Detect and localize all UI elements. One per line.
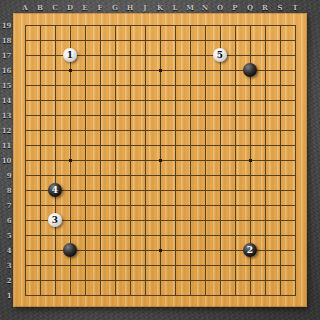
intersection-C18[interactable]: [48, 33, 63, 48]
intersection-J2[interactable]: [138, 273, 153, 288]
intersection-R12[interactable]: [258, 123, 273, 138]
intersection-N5[interactable]: [198, 228, 213, 243]
intersection-R16[interactable]: [258, 63, 273, 78]
intersection-A2[interactable]: [18, 273, 33, 288]
intersection-R14[interactable]: [258, 93, 273, 108]
intersection-D16[interactable]: [63, 63, 78, 78]
intersection-C4[interactable]: [48, 243, 63, 258]
intersection-T9[interactable]: [288, 168, 303, 183]
intersection-O1[interactable]: [213, 288, 228, 303]
intersection-B6[interactable]: [33, 213, 48, 228]
intersection-P16[interactable]: [228, 63, 243, 78]
intersection-T1[interactable]: [288, 288, 303, 303]
intersection-H9[interactable]: [123, 168, 138, 183]
intersection-C7[interactable]: [48, 198, 63, 213]
intersection-G15[interactable]: [108, 78, 123, 93]
intersection-T12[interactable]: [288, 123, 303, 138]
intersection-P3[interactable]: [228, 258, 243, 273]
intersection-A12[interactable]: [18, 123, 33, 138]
intersection-E2[interactable]: [78, 273, 93, 288]
intersection-O3[interactable]: [213, 258, 228, 273]
intersection-H14[interactable]: [123, 93, 138, 108]
intersection-J7[interactable]: [138, 198, 153, 213]
intersection-F13[interactable]: [93, 108, 108, 123]
intersection-K7[interactable]: [153, 198, 168, 213]
intersection-H13[interactable]: [123, 108, 138, 123]
intersection-G7[interactable]: [108, 198, 123, 213]
intersection-G9[interactable]: [108, 168, 123, 183]
intersection-A9[interactable]: [18, 168, 33, 183]
intersection-K4[interactable]: [153, 243, 168, 258]
intersection-O14[interactable]: [213, 93, 228, 108]
intersection-A17[interactable]: [18, 48, 33, 63]
intersection-N9[interactable]: [198, 168, 213, 183]
intersection-R13[interactable]: [258, 108, 273, 123]
intersection-E4[interactable]: [78, 243, 93, 258]
intersection-H1[interactable]: [123, 288, 138, 303]
intersection-T4[interactable]: [288, 243, 303, 258]
intersection-P5[interactable]: [228, 228, 243, 243]
intersection-E16[interactable]: [78, 63, 93, 78]
intersection-F1[interactable]: [93, 288, 108, 303]
intersection-B4[interactable]: [33, 243, 48, 258]
intersection-F17[interactable]: [93, 48, 108, 63]
intersection-M14[interactable]: [183, 93, 198, 108]
intersection-E14[interactable]: [78, 93, 93, 108]
intersection-K5[interactable]: [153, 228, 168, 243]
intersection-N3[interactable]: [198, 258, 213, 273]
intersection-N7[interactable]: [198, 198, 213, 213]
intersection-G1[interactable]: [108, 288, 123, 303]
intersection-G14[interactable]: [108, 93, 123, 108]
intersection-Q1[interactable]: [243, 288, 258, 303]
intersection-S8[interactable]: [273, 183, 288, 198]
intersection-D10[interactable]: [63, 153, 78, 168]
intersection-L16[interactable]: [168, 63, 183, 78]
intersection-G17[interactable]: [108, 48, 123, 63]
intersection-A1[interactable]: [18, 288, 33, 303]
intersection-J4[interactable]: [138, 243, 153, 258]
intersection-B13[interactable]: [33, 108, 48, 123]
intersection-K13[interactable]: [153, 108, 168, 123]
intersection-O6[interactable]: [213, 213, 228, 228]
intersection-E6[interactable]: [78, 213, 93, 228]
intersection-O12[interactable]: [213, 123, 228, 138]
intersection-H3[interactable]: [123, 258, 138, 273]
intersection-D15[interactable]: [63, 78, 78, 93]
intersection-R19[interactable]: [258, 18, 273, 33]
intersection-K15[interactable]: [153, 78, 168, 93]
intersection-S1[interactable]: [273, 288, 288, 303]
intersection-S18[interactable]: [273, 33, 288, 48]
intersection-F6[interactable]: [93, 213, 108, 228]
intersection-E3[interactable]: [78, 258, 93, 273]
intersection-O17[interactable]: 5: [213, 48, 228, 63]
intersection-D18[interactable]: [63, 33, 78, 48]
intersection-O15[interactable]: [213, 78, 228, 93]
intersection-H2[interactable]: [123, 273, 138, 288]
intersection-L8[interactable]: [168, 183, 183, 198]
intersection-B16[interactable]: [33, 63, 48, 78]
intersection-J5[interactable]: [138, 228, 153, 243]
intersection-R9[interactable]: [258, 168, 273, 183]
intersection-J16[interactable]: [138, 63, 153, 78]
intersection-G18[interactable]: [108, 33, 123, 48]
intersection-M1[interactable]: [183, 288, 198, 303]
intersection-D8[interactable]: [63, 183, 78, 198]
intersection-L10[interactable]: [168, 153, 183, 168]
intersection-O18[interactable]: [213, 33, 228, 48]
intersection-M16[interactable]: [183, 63, 198, 78]
intersection-S16[interactable]: [273, 63, 288, 78]
intersection-K3[interactable]: [153, 258, 168, 273]
intersection-T10[interactable]: [288, 153, 303, 168]
intersection-M8[interactable]: [183, 183, 198, 198]
intersection-M3[interactable]: [183, 258, 198, 273]
intersection-H18[interactable]: [123, 33, 138, 48]
intersection-L14[interactable]: [168, 93, 183, 108]
intersection-P9[interactable]: [228, 168, 243, 183]
intersection-C9[interactable]: [48, 168, 63, 183]
intersection-C14[interactable]: [48, 93, 63, 108]
intersection-E18[interactable]: [78, 33, 93, 48]
intersection-C12[interactable]: [48, 123, 63, 138]
intersection-R10[interactable]: [258, 153, 273, 168]
intersection-K18[interactable]: [153, 33, 168, 48]
intersection-S11[interactable]: [273, 138, 288, 153]
intersection-Q2[interactable]: [243, 273, 258, 288]
intersection-J8[interactable]: [138, 183, 153, 198]
intersection-Q8[interactable]: [243, 183, 258, 198]
intersection-K1[interactable]: [153, 288, 168, 303]
intersection-E17[interactable]: [78, 48, 93, 63]
intersection-F3[interactable]: [93, 258, 108, 273]
intersection-O2[interactable]: [213, 273, 228, 288]
intersection-N15[interactable]: [198, 78, 213, 93]
intersection-P13[interactable]: [228, 108, 243, 123]
intersection-C10[interactable]: [48, 153, 63, 168]
intersection-N8[interactable]: [198, 183, 213, 198]
intersection-R7[interactable]: [258, 198, 273, 213]
intersection-L15[interactable]: [168, 78, 183, 93]
intersection-J15[interactable]: [138, 78, 153, 93]
intersection-B15[interactable]: [33, 78, 48, 93]
intersection-E10[interactable]: [78, 153, 93, 168]
intersection-J18[interactable]: [138, 33, 153, 48]
intersection-C6[interactable]: 3: [48, 213, 63, 228]
intersection-M6[interactable]: [183, 213, 198, 228]
intersection-C16[interactable]: [48, 63, 63, 78]
intersection-J12[interactable]: [138, 123, 153, 138]
intersection-B8[interactable]: [33, 183, 48, 198]
intersection-J10[interactable]: [138, 153, 153, 168]
intersection-B10[interactable]: [33, 153, 48, 168]
intersection-D1[interactable]: [63, 288, 78, 303]
intersection-L4[interactable]: [168, 243, 183, 258]
intersection-Q14[interactable]: [243, 93, 258, 108]
intersection-H4[interactable]: [123, 243, 138, 258]
intersection-N4[interactable]: [198, 243, 213, 258]
intersection-F5[interactable]: [93, 228, 108, 243]
intersection-S4[interactable]: [273, 243, 288, 258]
intersection-S17[interactable]: [273, 48, 288, 63]
intersection-B5[interactable]: [33, 228, 48, 243]
intersection-H17[interactable]: [123, 48, 138, 63]
intersection-F4[interactable]: [93, 243, 108, 258]
intersection-S9[interactable]: [273, 168, 288, 183]
intersection-B14[interactable]: [33, 93, 48, 108]
intersection-F2[interactable]: [93, 273, 108, 288]
intersection-J11[interactable]: [138, 138, 153, 153]
intersection-A11[interactable]: [18, 138, 33, 153]
intersection-J6[interactable]: [138, 213, 153, 228]
intersection-B7[interactable]: [33, 198, 48, 213]
intersection-M4[interactable]: [183, 243, 198, 258]
intersection-E13[interactable]: [78, 108, 93, 123]
intersection-P8[interactable]: [228, 183, 243, 198]
intersection-N19[interactable]: [198, 18, 213, 33]
intersection-S3[interactable]: [273, 258, 288, 273]
intersection-O9[interactable]: [213, 168, 228, 183]
intersection-C8[interactable]: 4: [48, 183, 63, 198]
intersection-K17[interactable]: [153, 48, 168, 63]
intersection-G19[interactable]: [108, 18, 123, 33]
intersection-K9[interactable]: [153, 168, 168, 183]
intersection-F10[interactable]: [93, 153, 108, 168]
intersection-P2[interactable]: [228, 273, 243, 288]
intersection-Q4[interactable]: 2: [243, 243, 258, 258]
intersection-N10[interactable]: [198, 153, 213, 168]
intersection-M18[interactable]: [183, 33, 198, 48]
intersection-D17[interactable]: 1: [63, 48, 78, 63]
intersection-L7[interactable]: [168, 198, 183, 213]
intersection-K12[interactable]: [153, 123, 168, 138]
intersection-G6[interactable]: [108, 213, 123, 228]
intersection-D4[interactable]: [63, 243, 78, 258]
intersection-O11[interactable]: [213, 138, 228, 153]
intersection-N17[interactable]: [198, 48, 213, 63]
intersection-C13[interactable]: [48, 108, 63, 123]
intersection-S5[interactable]: [273, 228, 288, 243]
intersection-A3[interactable]: [18, 258, 33, 273]
intersection-A6[interactable]: [18, 213, 33, 228]
intersection-O16[interactable]: [213, 63, 228, 78]
intersection-J19[interactable]: [138, 18, 153, 33]
intersection-A19[interactable]: [18, 18, 33, 33]
intersection-L5[interactable]: [168, 228, 183, 243]
intersection-H6[interactable]: [123, 213, 138, 228]
intersection-N14[interactable]: [198, 93, 213, 108]
intersection-Q11[interactable]: [243, 138, 258, 153]
intersection-O4[interactable]: [213, 243, 228, 258]
intersection-N6[interactable]: [198, 213, 213, 228]
intersection-J3[interactable]: [138, 258, 153, 273]
intersection-O13[interactable]: [213, 108, 228, 123]
intersection-L2[interactable]: [168, 273, 183, 288]
intersection-Q5[interactable]: [243, 228, 258, 243]
intersection-L1[interactable]: [168, 288, 183, 303]
intersection-P18[interactable]: [228, 33, 243, 48]
intersection-K6[interactable]: [153, 213, 168, 228]
intersection-C3[interactable]: [48, 258, 63, 273]
intersection-L9[interactable]: [168, 168, 183, 183]
intersection-A15[interactable]: [18, 78, 33, 93]
intersection-L18[interactable]: [168, 33, 183, 48]
intersection-S10[interactable]: [273, 153, 288, 168]
intersection-K16[interactable]: [153, 63, 168, 78]
intersection-T7[interactable]: [288, 198, 303, 213]
intersection-L3[interactable]: [168, 258, 183, 273]
intersection-M12[interactable]: [183, 123, 198, 138]
intersection-R6[interactable]: [258, 213, 273, 228]
intersection-P19[interactable]: [228, 18, 243, 33]
intersection-D9[interactable]: [63, 168, 78, 183]
intersection-F7[interactable]: [93, 198, 108, 213]
intersection-S7[interactable]: [273, 198, 288, 213]
intersection-B2[interactable]: [33, 273, 48, 288]
intersection-Q7[interactable]: [243, 198, 258, 213]
intersection-H5[interactable]: [123, 228, 138, 243]
intersection-P7[interactable]: [228, 198, 243, 213]
intersection-T3[interactable]: [288, 258, 303, 273]
intersection-B9[interactable]: [33, 168, 48, 183]
intersection-B17[interactable]: [33, 48, 48, 63]
intersection-Q19[interactable]: [243, 18, 258, 33]
intersection-F19[interactable]: [93, 18, 108, 33]
intersection-G12[interactable]: [108, 123, 123, 138]
intersection-K19[interactable]: [153, 18, 168, 33]
intersection-N16[interactable]: [198, 63, 213, 78]
intersection-D2[interactable]: [63, 273, 78, 288]
intersection-R3[interactable]: [258, 258, 273, 273]
intersection-Q15[interactable]: [243, 78, 258, 93]
intersection-C17[interactable]: [48, 48, 63, 63]
intersection-D12[interactable]: [63, 123, 78, 138]
intersection-C15[interactable]: [48, 78, 63, 93]
intersection-L13[interactable]: [168, 108, 183, 123]
intersection-T8[interactable]: [288, 183, 303, 198]
intersection-Q17[interactable]: [243, 48, 258, 63]
intersection-F14[interactable]: [93, 93, 108, 108]
intersection-E1[interactable]: [78, 288, 93, 303]
intersection-D13[interactable]: [63, 108, 78, 123]
intersection-A16[interactable]: [18, 63, 33, 78]
intersection-G13[interactable]: [108, 108, 123, 123]
intersection-T19[interactable]: [288, 18, 303, 33]
intersection-F12[interactable]: [93, 123, 108, 138]
intersection-N13[interactable]: [198, 108, 213, 123]
intersection-Q3[interactable]: [243, 258, 258, 273]
intersection-D5[interactable]: [63, 228, 78, 243]
intersection-N1[interactable]: [198, 288, 213, 303]
intersection-F15[interactable]: [93, 78, 108, 93]
intersection-H16[interactable]: [123, 63, 138, 78]
intersection-J9[interactable]: [138, 168, 153, 183]
intersection-R1[interactable]: [258, 288, 273, 303]
intersection-M19[interactable]: [183, 18, 198, 33]
intersection-R4[interactable]: [258, 243, 273, 258]
intersection-K2[interactable]: [153, 273, 168, 288]
intersection-A7[interactable]: [18, 198, 33, 213]
intersection-P1[interactable]: [228, 288, 243, 303]
intersection-Q16[interactable]: [243, 63, 258, 78]
intersection-T16[interactable]: [288, 63, 303, 78]
intersection-K14[interactable]: [153, 93, 168, 108]
intersection-E7[interactable]: [78, 198, 93, 213]
intersection-O19[interactable]: [213, 18, 228, 33]
intersection-M7[interactable]: [183, 198, 198, 213]
intersection-D14[interactable]: [63, 93, 78, 108]
intersection-E11[interactable]: [78, 138, 93, 153]
intersection-L17[interactable]: [168, 48, 183, 63]
intersection-G8[interactable]: [108, 183, 123, 198]
intersection-S6[interactable]: [273, 213, 288, 228]
intersection-S2[interactable]: [273, 273, 288, 288]
intersection-R17[interactable]: [258, 48, 273, 63]
intersection-B1[interactable]: [33, 288, 48, 303]
intersection-P10[interactable]: [228, 153, 243, 168]
intersection-M15[interactable]: [183, 78, 198, 93]
intersection-L19[interactable]: [168, 18, 183, 33]
intersection-G4[interactable]: [108, 243, 123, 258]
intersection-S13[interactable]: [273, 108, 288, 123]
intersection-S19[interactable]: [273, 18, 288, 33]
intersection-E9[interactable]: [78, 168, 93, 183]
intersection-K8[interactable]: [153, 183, 168, 198]
intersection-L11[interactable]: [168, 138, 183, 153]
intersection-Q12[interactable]: [243, 123, 258, 138]
intersection-R18[interactable]: [258, 33, 273, 48]
intersection-P14[interactable]: [228, 93, 243, 108]
intersection-F8[interactable]: [93, 183, 108, 198]
intersection-P6[interactable]: [228, 213, 243, 228]
intersection-H19[interactable]: [123, 18, 138, 33]
intersection-O8[interactable]: [213, 183, 228, 198]
intersection-Q10[interactable]: [243, 153, 258, 168]
intersection-P12[interactable]: [228, 123, 243, 138]
intersection-P4[interactable]: [228, 243, 243, 258]
intersection-A18[interactable]: [18, 33, 33, 48]
intersection-T18[interactable]: [288, 33, 303, 48]
intersection-B11[interactable]: [33, 138, 48, 153]
intersection-H7[interactable]: [123, 198, 138, 213]
intersection-T17[interactable]: [288, 48, 303, 63]
intersection-K10[interactable]: [153, 153, 168, 168]
intersection-P15[interactable]: [228, 78, 243, 93]
intersection-J14[interactable]: [138, 93, 153, 108]
intersection-M10[interactable]: [183, 153, 198, 168]
intersection-G2[interactable]: [108, 273, 123, 288]
intersection-Q6[interactable]: [243, 213, 258, 228]
intersection-C2[interactable]: [48, 273, 63, 288]
intersection-M2[interactable]: [183, 273, 198, 288]
intersection-E8[interactable]: [78, 183, 93, 198]
intersection-B18[interactable]: [33, 33, 48, 48]
intersection-F9[interactable]: [93, 168, 108, 183]
intersection-T14[interactable]: [288, 93, 303, 108]
intersection-D3[interactable]: [63, 258, 78, 273]
intersection-A8[interactable]: [18, 183, 33, 198]
intersection-C11[interactable]: [48, 138, 63, 153]
intersection-D19[interactable]: [63, 18, 78, 33]
intersection-K11[interactable]: [153, 138, 168, 153]
intersection-C1[interactable]: [48, 288, 63, 303]
intersection-T6[interactable]: [288, 213, 303, 228]
intersection-B3[interactable]: [33, 258, 48, 273]
intersection-G3[interactable]: [108, 258, 123, 273]
intersection-O10[interactable]: [213, 153, 228, 168]
intersection-F11[interactable]: [93, 138, 108, 153]
